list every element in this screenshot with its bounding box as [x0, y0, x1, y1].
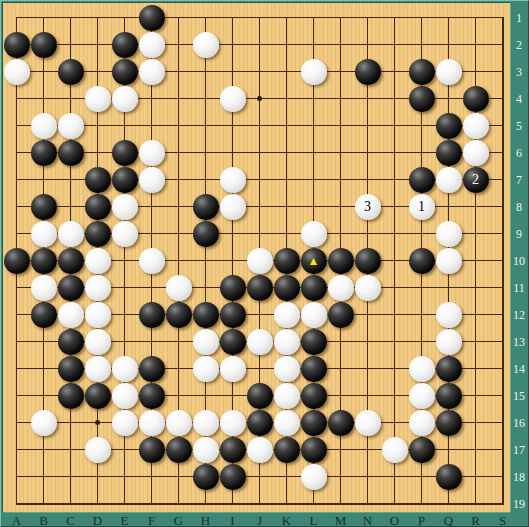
black-stone [436, 464, 462, 490]
row-label: 8 [509, 200, 529, 214]
black-stone [58, 356, 84, 382]
column-label: D [84, 513, 111, 527]
black-stone [436, 140, 462, 166]
black-stone [85, 194, 111, 220]
black-stone [301, 383, 327, 409]
black-stone [463, 86, 489, 112]
white-stone [193, 32, 219, 58]
white-stone [301, 464, 327, 490]
row-label: 3 [509, 65, 529, 79]
black-stone [463, 167, 489, 193]
white-stone [85, 302, 111, 328]
column-label: F [138, 513, 165, 527]
row-label: 19 [509, 497, 529, 511]
black-stone [58, 329, 84, 355]
white-stone [355, 194, 381, 220]
row-label: 2 [509, 38, 529, 52]
white-stone [436, 221, 462, 247]
white-stone [31, 221, 57, 247]
black-stone [166, 302, 192, 328]
column-label: G [165, 513, 192, 527]
white-stone [355, 275, 381, 301]
column-label: J [246, 513, 273, 527]
black-stone [166, 437, 192, 463]
white-stone [409, 383, 435, 409]
row-label: 18 [509, 470, 529, 484]
black-stone [301, 329, 327, 355]
white-stone [274, 329, 300, 355]
black-stone [220, 437, 246, 463]
white-stone [139, 59, 165, 85]
white-stone [58, 113, 84, 139]
column-label: I [219, 513, 246, 527]
black-stone [301, 437, 327, 463]
white-stone [274, 383, 300, 409]
white-stone [112, 410, 138, 436]
white-stone [247, 329, 273, 355]
white-stone [301, 302, 327, 328]
black-stone [193, 221, 219, 247]
black-stone [247, 410, 273, 436]
white-stone [436, 302, 462, 328]
white-stone [58, 302, 84, 328]
white-stone [328, 275, 354, 301]
white-stone [193, 410, 219, 436]
black-stone [58, 275, 84, 301]
black-stone [436, 410, 462, 436]
white-stone [31, 410, 57, 436]
black-stone [193, 302, 219, 328]
white-stone [139, 410, 165, 436]
row-label: 10 [509, 254, 529, 268]
row-label: 6 [509, 146, 529, 160]
black-stone [328, 248, 354, 274]
column-label: P [408, 513, 435, 527]
white-stone [85, 329, 111, 355]
black-stone [58, 383, 84, 409]
black-stone [85, 221, 111, 247]
column-label: C [57, 513, 84, 527]
column-label: E [111, 513, 138, 527]
white-stone [112, 383, 138, 409]
white-stone [112, 86, 138, 112]
black-stone [274, 437, 300, 463]
black-stone [328, 410, 354, 436]
black-stone [355, 248, 381, 274]
black-stone [301, 410, 327, 436]
white-stone [463, 113, 489, 139]
white-stone [31, 113, 57, 139]
black-stone [4, 248, 30, 274]
column-label: Q [435, 513, 462, 527]
white-stone [436, 59, 462, 85]
row-label: 15 [509, 389, 529, 403]
white-stone [193, 356, 219, 382]
row-label: 5 [509, 119, 529, 133]
row-label: 1 [509, 11, 529, 25]
black-stone [409, 59, 435, 85]
white-stone [274, 302, 300, 328]
black-stone [4, 32, 30, 58]
black-stone [247, 383, 273, 409]
column-label: L [300, 513, 327, 527]
black-stone [85, 167, 111, 193]
white-stone [85, 248, 111, 274]
row-label: 9 [509, 227, 529, 241]
column-coordinate-strip: ABCDEFGHIJKLMNOPQRS [0, 511, 529, 527]
column-label: H [192, 513, 219, 527]
white-stone [112, 221, 138, 247]
column-label: A [3, 513, 30, 527]
black-stone [112, 32, 138, 58]
black-stone [274, 248, 300, 274]
black-stone [58, 248, 84, 274]
black-stone [220, 464, 246, 490]
white-stone [166, 275, 192, 301]
row-label: 12 [509, 308, 529, 322]
row-label: 4 [509, 92, 529, 106]
column-label: B [30, 513, 57, 527]
white-stone [193, 329, 219, 355]
white-stone [139, 167, 165, 193]
star-point [95, 420, 100, 425]
black-stone [139, 5, 165, 31]
black-stone [139, 437, 165, 463]
black-stone [220, 302, 246, 328]
column-label: R [462, 513, 489, 527]
white-stone [436, 167, 462, 193]
black-stone [247, 275, 273, 301]
black-stone [301, 248, 327, 274]
white-stone [220, 194, 246, 220]
black-stone [31, 32, 57, 58]
white-stone [85, 356, 111, 382]
black-stone [436, 113, 462, 139]
white-stone [112, 194, 138, 220]
white-stone [139, 140, 165, 166]
black-stone [301, 356, 327, 382]
white-stone [85, 437, 111, 463]
go-game-window: 123▲ ABCDEFGHIJKLMNOPQRS 123456789101112… [0, 0, 529, 527]
black-stone [31, 248, 57, 274]
white-stone [166, 410, 192, 436]
column-label: K [273, 513, 300, 527]
black-stone [436, 356, 462, 382]
white-stone [112, 356, 138, 382]
white-stone [85, 275, 111, 301]
black-stone [139, 302, 165, 328]
row-label: 14 [509, 362, 529, 376]
white-stone [247, 248, 273, 274]
white-stone [409, 356, 435, 382]
white-stone [274, 356, 300, 382]
black-stone [139, 383, 165, 409]
white-stone [193, 437, 219, 463]
go-board[interactable]: 123▲ [3, 3, 510, 512]
black-stone [220, 275, 246, 301]
column-label: O [381, 513, 408, 527]
row-coordinate-strip: 12345678910111213141516171819 [509, 0, 529, 527]
black-stone [301, 275, 327, 301]
white-stone [301, 59, 327, 85]
white-stone [31, 275, 57, 301]
black-stone [436, 383, 462, 409]
white-stone [382, 437, 408, 463]
white-stone [220, 356, 246, 382]
black-stone [58, 59, 84, 85]
black-stone [328, 302, 354, 328]
white-stone [220, 167, 246, 193]
white-stone [139, 248, 165, 274]
black-stone [409, 86, 435, 112]
black-stone [58, 140, 84, 166]
row-label: 17 [509, 443, 529, 457]
white-stone [4, 59, 30, 85]
black-stone [220, 329, 246, 355]
black-stone [31, 194, 57, 220]
row-label: 7 [509, 173, 529, 187]
black-stone [409, 437, 435, 463]
black-stone [139, 356, 165, 382]
row-label: 11 [509, 281, 529, 295]
black-stone [409, 167, 435, 193]
row-label: 16 [509, 416, 529, 430]
white-stone [355, 410, 381, 436]
black-stone [112, 140, 138, 166]
white-stone [301, 221, 327, 247]
black-stone [31, 302, 57, 328]
white-stone [139, 32, 165, 58]
white-stone [436, 248, 462, 274]
white-stone [409, 410, 435, 436]
white-stone [58, 221, 84, 247]
black-stone [193, 464, 219, 490]
white-stone [463, 140, 489, 166]
black-stone [274, 275, 300, 301]
white-stone [220, 410, 246, 436]
white-stone [409, 194, 435, 220]
white-stone [274, 410, 300, 436]
black-stone [31, 140, 57, 166]
black-stone [85, 383, 111, 409]
white-stone [85, 86, 111, 112]
column-label: M [327, 513, 354, 527]
row-label: 13 [509, 335, 529, 349]
black-stone [409, 248, 435, 274]
black-stone [193, 194, 219, 220]
black-stone [112, 59, 138, 85]
star-point [257, 96, 262, 101]
column-label: N [354, 513, 381, 527]
white-stone [220, 86, 246, 112]
white-stone [247, 437, 273, 463]
black-stone [355, 59, 381, 85]
white-stone [436, 329, 462, 355]
black-stone [112, 167, 138, 193]
